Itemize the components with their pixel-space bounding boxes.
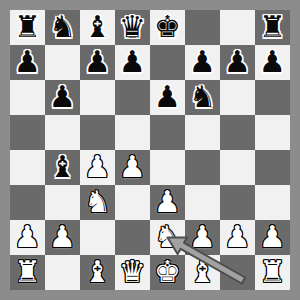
piece-black-queen-d8[interactable]: ♛ <box>119 9 146 44</box>
square-h8[interactable]: ♜ <box>255 10 290 45</box>
square-e7[interactable] <box>150 45 185 80</box>
piece-white-rook-a1[interactable]: ♜ <box>14 254 41 289</box>
square-c5[interactable] <box>80 115 115 150</box>
chessboard-frame: ♜♞♝♛♚♜♟♟♟♟♟♟♟♟♞♝♟♟♞♟♟♟♞♟♟♟♜♝♛♚♝♜ <box>0 0 300 300</box>
square-b6[interactable]: ♟ <box>45 80 80 115</box>
square-h2[interactable]: ♟ <box>255 220 290 255</box>
piece-black-bishop-b4[interactable]: ♝ <box>49 149 76 184</box>
square-a6[interactable] <box>10 80 45 115</box>
piece-black-rook-h8[interactable]: ♜ <box>259 9 286 44</box>
square-c8[interactable]: ♝ <box>80 10 115 45</box>
piece-black-knight-f6[interactable]: ♞ <box>189 79 216 114</box>
square-d5[interactable] <box>115 115 150 150</box>
square-h4[interactable] <box>255 150 290 185</box>
piece-white-pawn-h2[interactable]: ♟ <box>259 219 286 254</box>
square-d4[interactable]: ♟ <box>115 150 150 185</box>
piece-white-pawn-b2[interactable]: ♟ <box>49 219 76 254</box>
square-g6[interactable] <box>220 80 255 115</box>
square-f1[interactable]: ♝ <box>185 255 220 290</box>
square-e8[interactable]: ♚ <box>150 10 185 45</box>
square-h1[interactable]: ♜ <box>255 255 290 290</box>
square-b2[interactable]: ♟ <box>45 220 80 255</box>
square-e3[interactable]: ♟ <box>150 185 185 220</box>
square-a1[interactable]: ♜ <box>10 255 45 290</box>
square-g3[interactable] <box>220 185 255 220</box>
piece-white-pawn-e3[interactable]: ♟ <box>154 184 181 219</box>
square-c4[interactable]: ♟ <box>80 150 115 185</box>
square-f4[interactable] <box>185 150 220 185</box>
square-e2[interactable]: ♞ <box>150 220 185 255</box>
square-b3[interactable] <box>45 185 80 220</box>
piece-white-queen-d1[interactable]: ♛ <box>119 254 146 289</box>
piece-white-king-e1[interactable]: ♚ <box>154 254 181 289</box>
piece-white-knight-c3[interactable]: ♞ <box>84 184 111 219</box>
piece-white-pawn-g2[interactable]: ♟ <box>224 219 251 254</box>
piece-black-pawn-d7[interactable]: ♟ <box>119 44 146 79</box>
square-a4[interactable] <box>10 150 45 185</box>
square-b8[interactable]: ♞ <box>45 10 80 45</box>
square-h7[interactable]: ♟ <box>255 45 290 80</box>
square-g5[interactable] <box>220 115 255 150</box>
square-d8[interactable]: ♛ <box>115 10 150 45</box>
square-g1[interactable] <box>220 255 255 290</box>
piece-white-bishop-f1[interactable]: ♝ <box>189 254 216 289</box>
square-d1[interactable]: ♛ <box>115 255 150 290</box>
square-b4[interactable]: ♝ <box>45 150 80 185</box>
square-c1[interactable]: ♝ <box>80 255 115 290</box>
square-g7[interactable]: ♟ <box>220 45 255 80</box>
piece-white-pawn-c4[interactable]: ♟ <box>84 149 111 184</box>
piece-black-pawn-e6[interactable]: ♟ <box>154 79 181 114</box>
square-f5[interactable] <box>185 115 220 150</box>
piece-black-pawn-f7[interactable]: ♟ <box>189 44 216 79</box>
square-d7[interactable]: ♟ <box>115 45 150 80</box>
square-f2[interactable]: ♟ <box>185 220 220 255</box>
square-a3[interactable] <box>10 185 45 220</box>
square-e5[interactable] <box>150 115 185 150</box>
square-f3[interactable] <box>185 185 220 220</box>
square-d3[interactable] <box>115 185 150 220</box>
square-c7[interactable]: ♟ <box>80 45 115 80</box>
chessboard: ♜♞♝♛♚♜♟♟♟♟♟♟♟♟♞♝♟♟♞♟♟♟♞♟♟♟♜♝♛♚♝♜ <box>10 10 290 290</box>
piece-black-king-e8[interactable]: ♚ <box>154 9 181 44</box>
square-c6[interactable] <box>80 80 115 115</box>
square-a8[interactable]: ♜ <box>10 10 45 45</box>
piece-black-pawn-h7[interactable]: ♟ <box>259 44 286 79</box>
square-c3[interactable]: ♞ <box>80 185 115 220</box>
piece-white-pawn-d4[interactable]: ♟ <box>119 149 146 184</box>
square-d6[interactable] <box>115 80 150 115</box>
square-h3[interactable] <box>255 185 290 220</box>
square-a7[interactable]: ♟ <box>10 45 45 80</box>
square-c2[interactable] <box>80 220 115 255</box>
piece-black-pawn-c7[interactable]: ♟ <box>84 44 111 79</box>
piece-black-pawn-b6[interactable]: ♟ <box>49 79 76 114</box>
square-h5[interactable] <box>255 115 290 150</box>
square-d2[interactable] <box>115 220 150 255</box>
square-h6[interactable] <box>255 80 290 115</box>
piece-black-knight-b8[interactable]: ♞ <box>49 9 76 44</box>
square-b1[interactable] <box>45 255 80 290</box>
square-a2[interactable]: ♟ <box>10 220 45 255</box>
piece-black-pawn-a7[interactable]: ♟ <box>14 44 41 79</box>
square-f7[interactable]: ♟ <box>185 45 220 80</box>
square-e1[interactable]: ♚ <box>150 255 185 290</box>
piece-white-knight-e2[interactable]: ♞ <box>154 219 181 254</box>
piece-black-pawn-g7[interactable]: ♟ <box>224 44 251 79</box>
square-g8[interactable] <box>220 10 255 45</box>
piece-white-rook-h1[interactable]: ♜ <box>259 254 286 289</box>
square-e4[interactable] <box>150 150 185 185</box>
piece-white-bishop-c1[interactable]: ♝ <box>84 254 111 289</box>
square-b5[interactable] <box>45 115 80 150</box>
square-a5[interactable] <box>10 115 45 150</box>
piece-black-bishop-c8[interactable]: ♝ <box>84 9 111 44</box>
square-f6[interactable]: ♞ <box>185 80 220 115</box>
piece-white-pawn-f2[interactable]: ♟ <box>189 219 216 254</box>
square-f8[interactable] <box>185 10 220 45</box>
piece-white-pawn-a2[interactable]: ♟ <box>14 219 41 254</box>
square-g4[interactable] <box>220 150 255 185</box>
square-e6[interactable]: ♟ <box>150 80 185 115</box>
square-b7[interactable] <box>45 45 80 80</box>
piece-black-rook-a8[interactable]: ♜ <box>14 9 41 44</box>
square-g2[interactable]: ♟ <box>220 220 255 255</box>
